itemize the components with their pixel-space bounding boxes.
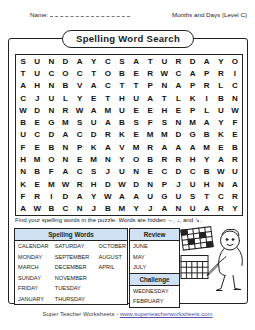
grid-cell: T xyxy=(87,67,101,79)
spelling-word: THURSDAY xyxy=(52,294,96,305)
grid-cell: C xyxy=(58,203,72,215)
grid-cell: D xyxy=(87,129,101,141)
spelling-word: DECEMBER xyxy=(52,262,96,273)
grid-cell: B xyxy=(58,80,72,92)
grid-cell: Y xyxy=(214,55,228,67)
spelling-word: TUESDAY xyxy=(52,283,96,294)
challenge-words-body: WEDNESDAYFEBRUARY xyxy=(130,286,179,307)
grid-cell: P xyxy=(186,80,200,92)
grid-cell: C xyxy=(171,67,185,79)
grid-cell: U xyxy=(30,67,44,79)
grid-cell: R xyxy=(30,190,44,202)
grid-cell: C xyxy=(44,67,58,79)
grid-cell: A xyxy=(157,141,171,153)
spelling-words-header: Spelling Words xyxy=(15,229,127,241)
grid-cell: A xyxy=(157,203,171,215)
grid-cell: R xyxy=(171,55,185,67)
spelling-word: SATURDAY xyxy=(52,241,96,252)
grid-cell: W xyxy=(30,203,44,215)
footer: Super Teacher Worksheets - www.superteac… xyxy=(0,311,255,317)
challenge-word: WEDNESDAY xyxy=(130,286,179,297)
grid-cell: A xyxy=(73,190,87,202)
grid-cell: C xyxy=(101,55,115,67)
instructions-text: Find your spelling words in the puzzle. … xyxy=(15,216,201,223)
grid-cell: K xyxy=(16,178,30,190)
grid-cell: E xyxy=(143,166,157,178)
grid-cell: A xyxy=(16,80,30,92)
grid-cell: U xyxy=(214,104,228,116)
grid-cell: D xyxy=(44,129,58,141)
empty-cell xyxy=(96,294,128,305)
crossword-kid-illustration xyxy=(180,225,248,301)
worksheet-page: Name: Months and Days (Level C) Spelling… xyxy=(0,0,255,330)
review-header: Review xyxy=(130,229,179,241)
grid-cell: Y xyxy=(200,153,214,165)
grid-cell: J xyxy=(143,203,157,215)
grid-cell: R xyxy=(73,178,87,190)
grid-cell: S xyxy=(87,166,101,178)
page-title: Spelling Word Search xyxy=(62,30,194,48)
grid-cell: J xyxy=(87,203,101,215)
grid-cell: Y xyxy=(73,92,87,104)
grid-cell: B xyxy=(101,203,115,215)
puzzle-frame: Spelling Word Search SUNDAYCSATURDAYOTUC… xyxy=(8,38,248,304)
grid-cell: N xyxy=(44,80,58,92)
grid-cell: R xyxy=(200,80,214,92)
grid-cell: T xyxy=(115,80,129,92)
grid-cell: F xyxy=(44,166,58,178)
grid-cell: D xyxy=(58,190,72,202)
grid-cell: N xyxy=(228,92,242,104)
grid-cell: E xyxy=(129,104,143,116)
grid-cell: C xyxy=(157,166,171,178)
grid-cell: L xyxy=(171,92,185,104)
grid-cell: M xyxy=(87,153,101,165)
grid-cell: U xyxy=(186,203,200,215)
grid-cell: T xyxy=(200,190,214,202)
grid-cell: E xyxy=(228,129,242,141)
grid-cell: A xyxy=(101,141,115,153)
spelling-word: SEPTEMBER xyxy=(52,252,96,263)
grid-cell: P xyxy=(73,141,87,153)
name-blank-line xyxy=(50,9,130,17)
grid-cell: E xyxy=(30,117,44,129)
grid-cell: B xyxy=(115,67,129,79)
name-label: Name: xyxy=(30,11,48,18)
grid-cell: U xyxy=(87,117,101,129)
grid-cell: C xyxy=(73,166,87,178)
grid-cell: D xyxy=(101,178,115,190)
grid-cell: U xyxy=(115,166,129,178)
grid-cell: S xyxy=(186,190,200,202)
spelling-word: JANUARY xyxy=(15,294,52,305)
grid-cell: L xyxy=(200,104,214,116)
grid-cell: I xyxy=(200,92,214,104)
grid-cell: R xyxy=(101,129,115,141)
grid-cell: R xyxy=(157,153,171,165)
grid-cell: A xyxy=(58,129,72,141)
grid-cell: E xyxy=(171,104,185,116)
grid-cell: P xyxy=(200,67,214,79)
empty-cell xyxy=(96,273,128,284)
review-word: JULY xyxy=(130,262,179,273)
review-table: Review JUNEMAYJULY Challenge WEDNESDAYFE… xyxy=(129,228,180,308)
grid-cell: A xyxy=(171,80,185,92)
grid-cell: R xyxy=(228,153,242,165)
grid-cell: B xyxy=(16,117,30,129)
review-word: JUNE xyxy=(130,241,179,252)
grid-cell: B xyxy=(30,166,44,178)
grid-cell: E xyxy=(73,153,87,165)
grid-cell: F xyxy=(228,117,242,129)
spelling-word: CALENDAR xyxy=(15,241,52,252)
grid-cell: U xyxy=(143,190,157,202)
grid-cell: C xyxy=(73,67,87,79)
grid-cell: D xyxy=(30,104,44,116)
grid-cell: B xyxy=(44,203,58,215)
grid-cell: M xyxy=(101,104,115,116)
spelling-word: AUGUST xyxy=(96,252,128,263)
spelling-word: MARCH xyxy=(15,262,52,273)
grid-cell: S xyxy=(157,117,171,129)
grid-cell: N xyxy=(157,80,171,92)
grid-cell: H xyxy=(87,178,101,190)
grid-cell: E xyxy=(143,104,157,116)
grid-cell: R xyxy=(171,153,185,165)
grid-cell: V xyxy=(73,80,87,92)
grid-cell: Y xyxy=(228,203,242,215)
grid-cell: U xyxy=(186,178,200,190)
grid-cell: A xyxy=(73,55,87,67)
grid-cell: M xyxy=(129,141,143,153)
grid-cell: M xyxy=(200,141,214,153)
grid-cell: A xyxy=(101,117,115,129)
grid-cell: U xyxy=(44,92,58,104)
header-row: Name: Months and Days (Level C) xyxy=(30,9,247,20)
grid-cell: N xyxy=(129,166,143,178)
grid-cell: N xyxy=(44,104,58,116)
grid-cell: N xyxy=(101,153,115,165)
grid-cell: M xyxy=(157,129,171,141)
grid-cell: B xyxy=(44,141,58,153)
grid-cell: A xyxy=(186,141,200,153)
grid-cell: G xyxy=(186,129,200,141)
grid-cell: A xyxy=(200,55,214,67)
grid-cell: R xyxy=(143,141,157,153)
grid-cell: E xyxy=(30,178,44,190)
grid-cell: K xyxy=(214,129,228,141)
grid-cell: J xyxy=(171,178,185,190)
grid-cell: B xyxy=(115,117,129,129)
grid-cell: A xyxy=(186,67,200,79)
grid-cell: F xyxy=(16,141,30,153)
grid-cell: H xyxy=(157,104,171,116)
grid-cell: P xyxy=(157,178,171,190)
grid-cell: Y xyxy=(87,55,101,67)
grid-cell: U xyxy=(171,190,185,202)
grid-cell: G xyxy=(44,117,58,129)
spelling-word: MONDAY xyxy=(15,252,52,263)
challenge-word: FEBRUARY xyxy=(130,296,179,307)
grid-cell: E xyxy=(30,141,44,153)
grid-cell: B xyxy=(228,141,242,153)
grid-cell: T xyxy=(16,67,30,79)
footer-url-link[interactable]: www.superteacherworksheets.com xyxy=(120,311,213,317)
grid-cell: M xyxy=(186,117,200,129)
grid-cell: W xyxy=(58,178,72,190)
grid-cell: B xyxy=(214,92,228,104)
grid-cell: W xyxy=(157,67,171,79)
grid-cell: S xyxy=(115,55,129,67)
spelling-word: SUNDAY xyxy=(15,273,52,284)
grid-cell: N xyxy=(58,153,72,165)
grid-cell: C xyxy=(101,80,115,92)
grid-cell: S xyxy=(73,117,87,129)
grid-cell: R xyxy=(228,190,242,202)
grid-cell: N xyxy=(143,178,157,190)
grid-cell: D xyxy=(171,166,185,178)
grid-cell: A xyxy=(200,117,214,129)
grid-cell: D xyxy=(186,55,200,67)
grid-cell: A xyxy=(228,178,242,190)
grid-cell: T xyxy=(129,80,143,92)
grid-cell: M xyxy=(115,203,129,215)
grid-cell: H xyxy=(186,153,200,165)
grid-cell: U xyxy=(115,104,129,116)
grid-cell: H xyxy=(200,178,214,190)
grid-cell: W xyxy=(101,190,115,202)
grid-cell: U xyxy=(30,55,44,67)
grid-cell: F xyxy=(143,117,157,129)
grid-cell: I xyxy=(44,190,58,202)
grid-cell: R xyxy=(58,104,72,116)
grid-cell: E xyxy=(87,92,101,104)
grid-cell: M xyxy=(58,117,72,129)
grid-cell: C xyxy=(186,166,200,178)
grid-cell: W xyxy=(228,104,242,116)
grid-cell: E xyxy=(129,67,143,79)
grid-cell: C xyxy=(16,92,30,104)
grid-cell: F xyxy=(16,190,30,202)
grid-cell: E xyxy=(214,141,228,153)
grid-cell: B xyxy=(200,129,214,141)
grid-cell: D xyxy=(171,129,185,141)
grid-cell: V xyxy=(115,141,129,153)
grid-cell: N xyxy=(171,203,185,215)
grid-cell: U xyxy=(129,92,143,104)
spelling-words-table: Spelling Words CALENDARSATURDAYOCTOBERMO… xyxy=(14,228,128,305)
grid-cell: I xyxy=(228,67,242,79)
grid-cell: O xyxy=(228,55,242,67)
grid-cell: A xyxy=(58,166,72,178)
grid-cell: M xyxy=(30,153,44,165)
review-words-body: JUNEMAYJULY xyxy=(130,241,179,273)
grid-cell: A xyxy=(214,153,228,165)
grid-cell: B xyxy=(200,166,214,178)
spelling-word: APRIL xyxy=(96,262,128,273)
grid-cell: Y xyxy=(115,153,129,165)
grid-cell: D xyxy=(129,178,143,190)
grid-cell: O xyxy=(58,67,72,79)
grid-cell: W xyxy=(73,104,87,116)
grid-cell: K xyxy=(115,129,129,141)
grid-cell: A xyxy=(143,92,157,104)
empty-cell xyxy=(96,283,128,294)
grid-cell: O xyxy=(101,67,115,79)
spelling-words-body: CALENDARSATURDAYOCTOBERMONDAYSEPTEMBERAU… xyxy=(15,241,127,304)
grid-cell: U xyxy=(228,166,242,178)
grid-cell: B xyxy=(143,153,157,165)
grid-cell: A xyxy=(129,190,143,202)
grid-cell: A xyxy=(87,80,101,92)
level-label: Months and Days (Level C) xyxy=(172,11,247,18)
grid-cell: K xyxy=(87,141,101,153)
grid-cell: G xyxy=(157,190,171,202)
grid-cell: J xyxy=(101,166,115,178)
grid-cell: M xyxy=(143,129,157,141)
grid-cell: W xyxy=(115,178,129,190)
grid-cell: A xyxy=(129,55,143,67)
grid-cell: S xyxy=(129,117,143,129)
grid-cell: C xyxy=(228,80,242,92)
review-word: MAY xyxy=(130,252,179,263)
grid-cell: R xyxy=(214,203,228,215)
grid-cell: L xyxy=(58,92,72,104)
grid-cell: A xyxy=(171,141,185,153)
grid-cell: N xyxy=(73,203,87,215)
grid-cell: C xyxy=(30,129,44,141)
grid-cell: L xyxy=(214,80,228,92)
challenge-header: Challenge xyxy=(130,273,179,286)
grid-cell: A xyxy=(115,190,129,202)
grid-cell: E xyxy=(129,129,143,141)
grid-cell: C xyxy=(73,129,87,141)
grid-cell: A xyxy=(16,203,30,215)
grid-cell: Y xyxy=(87,190,101,202)
grid-cell: O xyxy=(44,153,58,165)
grid-cell: Y xyxy=(214,117,228,129)
spelling-word: NOVEMBER xyxy=(52,273,96,284)
grid-cell: N xyxy=(44,55,58,67)
grid-cell: K xyxy=(186,92,200,104)
grid-cell: H xyxy=(16,153,30,165)
grid-cell: N xyxy=(58,141,72,153)
grid-cell: W xyxy=(214,166,228,178)
grid-cell: A xyxy=(87,104,101,116)
grid-cell: S xyxy=(16,55,30,67)
grid-cell: N xyxy=(16,166,30,178)
grid-cell: D xyxy=(58,55,72,67)
grid-cell: O xyxy=(129,153,143,165)
grid-cell: C xyxy=(214,190,228,202)
grid-cell: M xyxy=(44,178,58,190)
grid-cell: H xyxy=(30,80,44,92)
spelling-word: FRIDAY xyxy=(15,283,52,294)
grid-cell: A xyxy=(200,203,214,215)
grid-cell: P xyxy=(143,80,157,92)
grid-cell: N xyxy=(214,178,228,190)
spelling-word: OCTOBER xyxy=(96,241,128,252)
grid-cell: H xyxy=(115,92,129,104)
grid-cell: U xyxy=(157,55,171,67)
grid-cell: Y xyxy=(129,203,143,215)
footer-site-name: Super Teacher Worksheets - xyxy=(42,311,119,317)
grid-cell: J xyxy=(30,92,44,104)
grid-cell: P xyxy=(186,104,200,116)
grid-cell: W xyxy=(16,104,30,116)
grid-cell: U xyxy=(16,129,30,141)
word-search-grid: SUNDAYCSATURDAYOTUCOCTOBERWCAPRIAHNBVACT… xyxy=(15,54,243,216)
grid-cell: T xyxy=(143,55,157,67)
grid-cell: T xyxy=(101,92,115,104)
grid-cell: N xyxy=(171,117,185,129)
grid-cell: T xyxy=(157,92,171,104)
grid-cell: R xyxy=(143,67,157,79)
grid-cell: R xyxy=(214,67,228,79)
